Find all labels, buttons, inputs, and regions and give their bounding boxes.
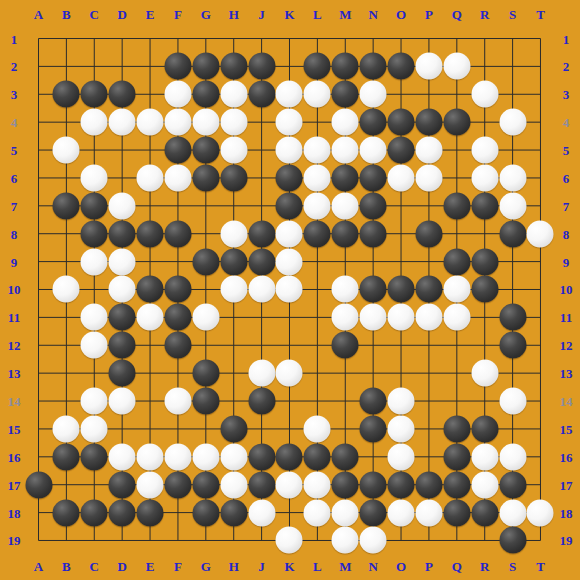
col-label-bottom-A: A <box>34 560 43 573</box>
row-label-left-15: 15 <box>8 422 21 435</box>
stone-L16-black <box>304 443 331 470</box>
col-label-top-F: F <box>174 8 182 21</box>
stone-E17-white <box>137 471 164 498</box>
stone-H15-black <box>220 415 247 442</box>
row-label-right-19: 19 <box>560 534 573 547</box>
stone-M12-black <box>332 332 359 359</box>
stone-H17-white <box>220 471 247 498</box>
stone-E6-white <box>137 164 164 191</box>
stone-B3-black <box>53 81 80 108</box>
stone-N19-white <box>360 527 387 554</box>
stone-H16-white <box>220 443 247 470</box>
stone-F3-white <box>164 81 191 108</box>
stone-L5-white <box>304 137 331 164</box>
stone-K7-black <box>276 192 303 219</box>
row-label-left-4: 4 <box>11 116 18 129</box>
stone-P6-white <box>415 164 442 191</box>
stone-H10-white <box>220 276 247 303</box>
col-label-bottom-R: R <box>480 560 489 573</box>
stone-Q7-black <box>443 192 470 219</box>
stone-G13-black <box>192 360 219 387</box>
stone-F4-white <box>164 109 191 136</box>
col-label-bottom-K: K <box>284 560 294 573</box>
col-label-bottom-H: H <box>229 560 239 573</box>
stone-O16-white <box>388 443 415 470</box>
stone-F6-white <box>164 164 191 191</box>
col-label-bottom-C: C <box>90 560 99 573</box>
stone-O4-black <box>388 109 415 136</box>
stone-E16-white <box>137 443 164 470</box>
stone-D7-white <box>109 192 136 219</box>
stone-O10-black <box>388 276 415 303</box>
stone-F17-black <box>164 471 191 498</box>
stone-F14-white <box>164 388 191 415</box>
stone-C3-black <box>81 81 108 108</box>
row-label-left-12: 12 <box>8 339 21 352</box>
stone-E18-black <box>137 499 164 526</box>
stone-P8-black <box>415 220 442 247</box>
stone-L6-white <box>304 164 331 191</box>
col-label-top-O: O <box>396 8 406 21</box>
col-label-top-R: R <box>480 8 489 21</box>
stone-L2-black <box>304 53 331 80</box>
stone-O14-white <box>388 388 415 415</box>
stone-C9-white <box>81 248 108 275</box>
col-label-bottom-T: T <box>536 560 545 573</box>
stone-M10-white <box>332 276 359 303</box>
stone-P18-white <box>415 499 442 526</box>
stone-M5-white <box>332 137 359 164</box>
stone-C8-black <box>81 220 108 247</box>
stone-S18-white <box>499 499 526 526</box>
stone-M4-white <box>332 109 359 136</box>
stone-G18-black <box>192 499 219 526</box>
stone-Q18-black <box>443 499 470 526</box>
stone-Q4-black <box>443 109 470 136</box>
row-label-left-8: 8 <box>11 227 18 240</box>
stone-F10-black <box>164 276 191 303</box>
row-label-right-4: 4 <box>563 116 570 129</box>
row-label-right-5: 5 <box>563 144 570 157</box>
stone-D17-black <box>109 471 136 498</box>
row-label-right-11: 11 <box>560 311 572 324</box>
stone-F5-black <box>164 137 191 164</box>
col-label-bottom-O: O <box>396 560 406 573</box>
stone-C15-white <box>81 415 108 442</box>
row-label-left-7: 7 <box>11 199 18 212</box>
stone-M16-black <box>332 443 359 470</box>
col-label-bottom-B: B <box>62 560 71 573</box>
row-label-right-9: 9 <box>563 255 570 268</box>
stone-Q10-white <box>443 276 470 303</box>
stone-Q16-black <box>443 443 470 470</box>
stone-O18-white <box>388 499 415 526</box>
stone-L17-white <box>304 471 331 498</box>
stone-O11-white <box>388 304 415 331</box>
stone-B15-white <box>53 415 80 442</box>
stone-G3-black <box>192 81 219 108</box>
stone-J2-black <box>248 53 275 80</box>
stone-L18-white <box>304 499 331 526</box>
col-label-top-H: H <box>229 8 239 21</box>
col-label-top-P: P <box>425 8 433 21</box>
col-label-top-G: G <box>201 8 211 21</box>
stone-S8-black <box>499 220 526 247</box>
col-label-top-A: A <box>34 8 43 21</box>
stone-E8-black <box>137 220 164 247</box>
stone-H4-white <box>220 109 247 136</box>
stone-S6-white <box>499 164 526 191</box>
row-label-right-1: 1 <box>563 32 570 45</box>
stone-N7-black <box>360 192 387 219</box>
stone-H18-black <box>220 499 247 526</box>
stone-L15-white <box>304 415 331 442</box>
stone-J9-black <box>248 248 275 275</box>
stone-B18-black <box>53 499 80 526</box>
stone-K13-white <box>276 360 303 387</box>
col-label-bottom-M: M <box>339 560 351 573</box>
row-label-left-10: 10 <box>8 283 21 296</box>
col-label-top-N: N <box>368 8 377 21</box>
stone-C11-white <box>81 304 108 331</box>
stone-G9-black <box>192 248 219 275</box>
stone-L8-black <box>304 220 331 247</box>
stone-R10-black <box>471 276 498 303</box>
stone-P11-white <box>415 304 442 331</box>
row-label-right-10: 10 <box>560 283 573 296</box>
stone-K5-white <box>276 137 303 164</box>
stone-Q17-black <box>443 471 470 498</box>
row-label-left-6: 6 <box>11 171 18 184</box>
stone-P10-black <box>415 276 442 303</box>
stone-G11-white <box>192 304 219 331</box>
stone-K8-white <box>276 220 303 247</box>
stone-G16-white <box>192 443 219 470</box>
stone-A17-black <box>25 471 52 498</box>
col-label-bottom-S: S <box>509 560 516 573</box>
row-label-left-3: 3 <box>11 88 18 101</box>
stone-R18-black <box>471 499 498 526</box>
col-label-top-E: E <box>146 8 155 21</box>
stone-K19-white <box>276 527 303 554</box>
row-label-right-3: 3 <box>563 88 570 101</box>
stone-J3-black <box>248 81 275 108</box>
stone-Q11-white <box>443 304 470 331</box>
col-label-top-J: J <box>258 8 265 21</box>
stone-M2-black <box>332 53 359 80</box>
col-label-bottom-Q: Q <box>452 560 462 573</box>
stone-C18-black <box>81 499 108 526</box>
stone-P17-black <box>415 471 442 498</box>
col-label-top-S: S <box>509 8 516 21</box>
stone-M17-black <box>332 471 359 498</box>
stone-B16-black <box>53 443 80 470</box>
col-label-bottom-N: N <box>368 560 377 573</box>
row-label-left-1: 1 <box>11 32 18 45</box>
row-label-left-19: 19 <box>8 534 21 547</box>
stone-N4-black <box>360 109 387 136</box>
stone-N14-black <box>360 388 387 415</box>
row-label-left-13: 13 <box>8 367 21 380</box>
stone-K17-white <box>276 471 303 498</box>
stone-N3-white <box>360 81 387 108</box>
stone-C12-white <box>81 332 108 359</box>
col-label-bottom-L: L <box>313 560 322 573</box>
stone-G4-white <box>192 109 219 136</box>
stone-J14-black <box>248 388 275 415</box>
stone-N5-white <box>360 137 387 164</box>
row-label-right-14: 14 <box>560 395 573 408</box>
stone-H3-white <box>220 81 247 108</box>
stone-D13-black <box>109 360 136 387</box>
stone-P2-white <box>415 53 442 80</box>
stone-R3-white <box>471 81 498 108</box>
stone-E4-white <box>137 109 164 136</box>
row-label-left-14: 14 <box>8 395 21 408</box>
stone-K3-white <box>276 81 303 108</box>
stone-O6-white <box>388 164 415 191</box>
stone-N15-black <box>360 415 387 442</box>
stone-J13-white <box>248 360 275 387</box>
stone-O2-black <box>388 53 415 80</box>
stone-D12-black <box>109 332 136 359</box>
col-label-bottom-E: E <box>146 560 155 573</box>
row-label-left-11: 11 <box>8 311 20 324</box>
stone-F11-black <box>164 304 191 331</box>
stone-B7-black <box>53 192 80 219</box>
col-label-top-B: B <box>62 8 71 21</box>
stone-G6-black <box>192 164 219 191</box>
col-label-bottom-F: F <box>174 560 182 573</box>
row-label-right-7: 7 <box>563 199 570 212</box>
stone-C6-white <box>81 164 108 191</box>
stone-S19-black <box>499 527 526 554</box>
row-label-left-17: 17 <box>8 478 21 491</box>
row-label-right-18: 18 <box>560 506 573 519</box>
stone-J16-black <box>248 443 275 470</box>
stone-C7-black <box>81 192 108 219</box>
stone-D10-white <box>109 276 136 303</box>
row-label-left-5: 5 <box>11 144 18 157</box>
stone-K9-white <box>276 248 303 275</box>
stone-N11-white <box>360 304 387 331</box>
stone-G17-black <box>192 471 219 498</box>
stone-N2-black <box>360 53 387 80</box>
stone-J10-white <box>248 276 275 303</box>
stone-T8-white <box>527 220 554 247</box>
col-label-top-M: M <box>339 8 351 21</box>
stone-F12-black <box>164 332 191 359</box>
stone-H8-white <box>220 220 247 247</box>
stone-B5-white <box>53 137 80 164</box>
stone-N8-black <box>360 220 387 247</box>
row-label-left-16: 16 <box>8 450 21 463</box>
row-label-left-18: 18 <box>8 506 21 519</box>
stone-H5-white <box>220 137 247 164</box>
stone-R9-black <box>471 248 498 275</box>
row-label-right-13: 13 <box>560 367 573 380</box>
stone-R13-white <box>471 360 498 387</box>
stone-D3-black <box>109 81 136 108</box>
stone-M8-black <box>332 220 359 247</box>
stone-R5-white <box>471 137 498 164</box>
stone-D11-black <box>109 304 136 331</box>
stone-O17-black <box>388 471 415 498</box>
col-label-bottom-G: G <box>201 560 211 573</box>
stone-O5-black <box>388 137 415 164</box>
stone-T18-white <box>527 499 554 526</box>
stone-F8-black <box>164 220 191 247</box>
stone-S14-white <box>499 388 526 415</box>
stone-G14-black <box>192 388 219 415</box>
stone-K10-white <box>276 276 303 303</box>
stone-B10-white <box>53 276 80 303</box>
stone-D9-white <box>109 248 136 275</box>
stone-G5-black <box>192 137 219 164</box>
stone-C4-white <box>81 109 108 136</box>
row-label-right-12: 12 <box>560 339 573 352</box>
stone-K4-white <box>276 109 303 136</box>
stone-J17-black <box>248 471 275 498</box>
stone-H6-black <box>220 164 247 191</box>
stone-Q9-black <box>443 248 470 275</box>
stone-L3-white <box>304 81 331 108</box>
stone-M6-black <box>332 164 359 191</box>
stone-M11-white <box>332 304 359 331</box>
stone-Q2-white <box>443 53 470 80</box>
stone-N10-black <box>360 276 387 303</box>
col-label-top-Q: Q <box>452 8 462 21</box>
stone-J18-white <box>248 499 275 526</box>
stone-S17-black <box>499 471 526 498</box>
stone-D16-white <box>109 443 136 470</box>
row-label-right-8: 8 <box>563 227 570 240</box>
stone-R6-white <box>471 164 498 191</box>
stone-D8-black <box>109 220 136 247</box>
stone-C16-black <box>81 443 108 470</box>
stone-S4-white <box>499 109 526 136</box>
row-label-left-9: 9 <box>11 255 18 268</box>
row-label-right-6: 6 <box>563 171 570 184</box>
stone-D14-white <box>109 388 136 415</box>
stone-K6-black <box>276 164 303 191</box>
stone-D18-black <box>109 499 136 526</box>
stone-R15-black <box>471 415 498 442</box>
stone-K16-black <box>276 443 303 470</box>
stone-R7-black <box>471 192 498 219</box>
row-label-right-2: 2 <box>563 60 570 73</box>
stone-Q15-black <box>443 415 470 442</box>
stone-N6-black <box>360 164 387 191</box>
stone-M19-white <box>332 527 359 554</box>
stone-R16-white <box>471 443 498 470</box>
stone-L7-white <box>304 192 331 219</box>
stone-H2-black <box>220 53 247 80</box>
stone-P5-white <box>415 137 442 164</box>
col-label-top-L: L <box>313 8 322 21</box>
stone-G2-black <box>192 53 219 80</box>
stone-E11-white <box>137 304 164 331</box>
stone-P4-black <box>415 109 442 136</box>
stone-M18-white <box>332 499 359 526</box>
stone-M3-black <box>332 81 359 108</box>
stone-S12-black <box>499 332 526 359</box>
stone-S16-white <box>499 443 526 470</box>
stone-F2-black <box>164 53 191 80</box>
stone-E10-black <box>137 276 164 303</box>
col-label-bottom-P: P <box>425 560 433 573</box>
stone-R17-white <box>471 471 498 498</box>
stone-F16-white <box>164 443 191 470</box>
stone-D4-white <box>109 109 136 136</box>
col-label-top-C: C <box>90 8 99 21</box>
row-label-right-15: 15 <box>560 422 573 435</box>
stone-J8-black <box>248 220 275 247</box>
col-label-bottom-J: J <box>258 560 265 573</box>
row-label-right-17: 17 <box>560 478 573 491</box>
stone-C14-white <box>81 388 108 415</box>
stone-S11-black <box>499 304 526 331</box>
col-label-top-T: T <box>536 8 545 21</box>
col-label-top-K: K <box>284 8 294 21</box>
stone-M7-white <box>332 192 359 219</box>
col-label-top-D: D <box>117 8 126 21</box>
stone-H9-black <box>220 248 247 275</box>
stone-S7-white <box>499 192 526 219</box>
stone-N18-black <box>360 499 387 526</box>
col-label-bottom-D: D <box>117 560 126 573</box>
stone-N17-black <box>360 471 387 498</box>
row-label-right-16: 16 <box>560 450 573 463</box>
row-label-left-2: 2 <box>11 60 18 73</box>
go-board[interactable]: AABBCCDDEEFFGGHHJJKKLLMMNNOOPPQQRRSSTT11… <box>0 0 580 580</box>
stone-O15-white <box>388 415 415 442</box>
